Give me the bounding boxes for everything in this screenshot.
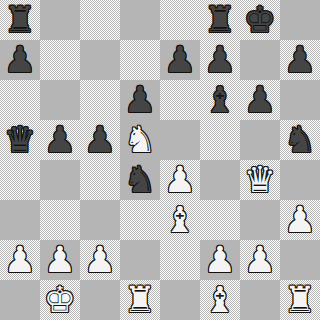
piece-black-rook[interactable]: ♜ [4, 0, 36, 40]
square-a7[interactable]: ♟ [0, 40, 40, 80]
piece-white-rook[interactable]: ♜ [284, 280, 316, 320]
square-c1[interactable] [80, 280, 120, 320]
square-a3[interactable] [0, 200, 40, 240]
square-g6[interactable]: ♟ [240, 80, 280, 120]
piece-white-bishop[interactable]: ♝ [204, 280, 236, 320]
square-a4[interactable] [0, 160, 40, 200]
square-f6[interactable]: ♝ [200, 80, 240, 120]
square-b4[interactable] [40, 160, 80, 200]
square-g7[interactable] [240, 40, 280, 80]
piece-black-bishop[interactable]: ♝ [204, 80, 236, 120]
square-c6[interactable] [80, 80, 120, 120]
square-h7[interactable]: ♟ [280, 40, 320, 80]
square-f8[interactable]: ♜ [200, 0, 240, 40]
square-b8[interactable] [40, 0, 80, 40]
square-g3[interactable] [240, 200, 280, 240]
piece-white-knight[interactable]: ♞ [124, 120, 156, 160]
square-e8[interactable] [160, 0, 200, 40]
square-c8[interactable] [80, 0, 120, 40]
piece-white-pawn[interactable]: ♟ [4, 240, 36, 280]
piece-black-pawn[interactable]: ♟ [244, 80, 276, 120]
piece-white-rook[interactable]: ♜ [124, 280, 156, 320]
square-d5[interactable]: ♞ [120, 120, 160, 160]
square-d2[interactable] [120, 240, 160, 280]
square-c4[interactable] [80, 160, 120, 200]
square-b7[interactable] [40, 40, 80, 80]
piece-white-bishop[interactable]: ♝ [164, 200, 196, 240]
piece-white-pawn[interactable]: ♟ [84, 240, 116, 280]
square-g8[interactable]: ♚ [240, 0, 280, 40]
square-b3[interactable] [40, 200, 80, 240]
piece-black-pawn[interactable]: ♟ [164, 40, 196, 80]
square-d6[interactable]: ♟ [120, 80, 160, 120]
square-h8[interactable] [280, 0, 320, 40]
chess-board: ♜♜♚♟♟♟♟♟♝♟♛♟♟♞♞♞♟♛♝♟♟♟♟♟♟♚♜♝♜ [0, 0, 320, 320]
piece-white-pawn[interactable]: ♟ [164, 160, 196, 200]
square-f5[interactable] [200, 120, 240, 160]
square-e5[interactable] [160, 120, 200, 160]
square-d7[interactable] [120, 40, 160, 80]
square-e7[interactable]: ♟ [160, 40, 200, 80]
square-a5[interactable]: ♛ [0, 120, 40, 160]
square-h5[interactable]: ♞ [280, 120, 320, 160]
square-b5[interactable]: ♟ [40, 120, 80, 160]
square-d1[interactable]: ♜ [120, 280, 160, 320]
square-e3[interactable]: ♝ [160, 200, 200, 240]
piece-black-pawn[interactable]: ♟ [284, 40, 316, 80]
square-h3[interactable]: ♟ [280, 200, 320, 240]
square-c2[interactable]: ♟ [80, 240, 120, 280]
piece-black-pawn[interactable]: ♟ [204, 40, 236, 80]
piece-black-knight[interactable]: ♞ [124, 160, 156, 200]
piece-black-rook[interactable]: ♜ [204, 0, 236, 40]
piece-black-king[interactable]: ♚ [244, 0, 276, 40]
square-a1[interactable] [0, 280, 40, 320]
square-h1[interactable]: ♜ [280, 280, 320, 320]
square-c3[interactable] [80, 200, 120, 240]
piece-white-pawn[interactable]: ♟ [44, 240, 76, 280]
square-e2[interactable] [160, 240, 200, 280]
square-a2[interactable]: ♟ [0, 240, 40, 280]
square-d4[interactable]: ♞ [120, 160, 160, 200]
piece-black-pawn[interactable]: ♟ [44, 120, 76, 160]
piece-white-pawn[interactable]: ♟ [204, 240, 236, 280]
square-b6[interactable] [40, 80, 80, 120]
square-f2[interactable]: ♟ [200, 240, 240, 280]
square-d8[interactable] [120, 0, 160, 40]
piece-black-pawn[interactable]: ♟ [4, 40, 36, 80]
square-f3[interactable] [200, 200, 240, 240]
piece-white-king[interactable]: ♚ [44, 280, 76, 320]
square-d3[interactable] [120, 200, 160, 240]
square-g5[interactable] [240, 120, 280, 160]
square-g1[interactable] [240, 280, 280, 320]
square-h4[interactable] [280, 160, 320, 200]
square-f4[interactable] [200, 160, 240, 200]
square-a8[interactable]: ♜ [0, 0, 40, 40]
square-e4[interactable]: ♟ [160, 160, 200, 200]
piece-black-pawn[interactable]: ♟ [84, 120, 116, 160]
piece-white-pawn[interactable]: ♟ [244, 240, 276, 280]
square-f7[interactable]: ♟ [200, 40, 240, 80]
square-h6[interactable] [280, 80, 320, 120]
square-g2[interactable]: ♟ [240, 240, 280, 280]
piece-white-pawn[interactable]: ♟ [284, 200, 316, 240]
square-a6[interactable] [0, 80, 40, 120]
piece-black-knight[interactable]: ♞ [284, 120, 316, 160]
square-c5[interactable]: ♟ [80, 120, 120, 160]
square-c7[interactable] [80, 40, 120, 80]
square-b1[interactable]: ♚ [40, 280, 80, 320]
piece-white-queen[interactable]: ♛ [244, 160, 276, 200]
piece-black-pawn[interactable]: ♟ [124, 80, 156, 120]
square-g4[interactable]: ♛ [240, 160, 280, 200]
square-f1[interactable]: ♝ [200, 280, 240, 320]
square-b2[interactable]: ♟ [40, 240, 80, 280]
square-e6[interactable] [160, 80, 200, 120]
piece-black-queen[interactable]: ♛ [4, 120, 36, 160]
square-e1[interactable] [160, 280, 200, 320]
square-h2[interactable] [280, 240, 320, 280]
